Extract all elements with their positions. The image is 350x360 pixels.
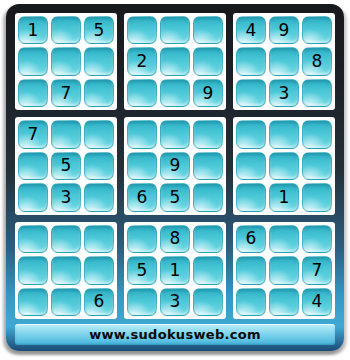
given-digit: 3 <box>170 293 181 310</box>
cell-r1c4[interactable] <box>127 16 157 44</box>
cell-r6c4[interactable]: 6 <box>127 183 157 211</box>
cell-r1c3[interactable]: 5 <box>84 16 114 44</box>
cell-r8c7[interactable] <box>236 256 266 284</box>
cell-r4c5[interactable] <box>160 120 190 148</box>
cell-r5c6[interactable] <box>193 152 223 180</box>
cell-r8c8[interactable] <box>269 256 299 284</box>
given-digit: 8 <box>170 230 181 247</box>
given-digit: 1 <box>279 189 290 206</box>
given-digit: 7 <box>28 126 39 143</box>
cell-r2c6[interactable] <box>193 47 223 75</box>
footer-band: www.sudokusweb.com <box>15 324 335 345</box>
given-digit: 5 <box>170 189 181 206</box>
cell-r8c4[interactable]: 5 <box>127 256 157 284</box>
cell-r6c8[interactable]: 1 <box>269 183 299 211</box>
block-1-3: 4983 <box>233 13 335 110</box>
given-digit: 6 <box>137 189 148 206</box>
given-digit: 7 <box>61 85 72 102</box>
cell-r1c7[interactable]: 4 <box>236 16 266 44</box>
cell-r6c5[interactable]: 5 <box>160 183 190 211</box>
cell-r9c3[interactable]: 6 <box>84 288 114 316</box>
cell-r9c9[interactable]: 4 <box>302 288 332 316</box>
site-link[interactable]: www.sudokusweb.com <box>89 327 261 342</box>
cell-r3c6[interactable]: 9 <box>193 79 223 107</box>
cell-r3c9[interactable] <box>302 79 332 107</box>
cell-r5c2[interactable]: 5 <box>51 152 81 180</box>
cell-r1c8[interactable]: 9 <box>269 16 299 44</box>
cell-r3c4[interactable] <box>127 79 157 107</box>
cell-r1c2[interactable] <box>51 16 81 44</box>
given-digit: 4 <box>246 22 257 39</box>
block-3-2: 8513 <box>124 222 226 319</box>
cell-r3c8[interactable]: 3 <box>269 79 299 107</box>
given-digit: 5 <box>61 157 72 174</box>
cell-r4c1[interactable]: 7 <box>18 120 48 148</box>
cell-r7c3[interactable] <box>84 225 114 253</box>
cell-r3c2[interactable]: 7 <box>51 79 81 107</box>
given-digit: 4 <box>312 293 323 310</box>
cell-r7c5[interactable]: 8 <box>160 225 190 253</box>
block-3-1: 6 <box>15 222 117 319</box>
cell-r3c7[interactable] <box>236 79 266 107</box>
given-digit: 6 <box>94 293 105 310</box>
cell-r5c3[interactable] <box>84 152 114 180</box>
given-digit: 6 <box>246 230 257 247</box>
block-3-3: 674 <box>233 222 335 319</box>
cell-r1c9[interactable] <box>302 16 332 44</box>
cell-r5c8[interactable] <box>269 152 299 180</box>
cell-r7c2[interactable] <box>51 225 81 253</box>
cell-r9c8[interactable] <box>269 288 299 316</box>
cell-r7c8[interactable] <box>269 225 299 253</box>
given-digit: 8 <box>312 53 323 70</box>
given-digit: 2 <box>137 53 148 70</box>
cell-r8c2[interactable] <box>51 256 81 284</box>
block-2-2: 965 <box>124 117 226 214</box>
cell-r8c5[interactable]: 1 <box>160 256 190 284</box>
cell-r5c1[interactable] <box>18 152 48 180</box>
given-digit: 9 <box>203 85 214 102</box>
cell-r2c2[interactable] <box>51 47 81 75</box>
cell-r7c6[interactable] <box>193 225 223 253</box>
cell-r9c7[interactable] <box>236 288 266 316</box>
block-2-3: 1 <box>233 117 335 214</box>
cell-r2c8[interactable] <box>269 47 299 75</box>
given-digit: 7 <box>312 262 323 279</box>
cell-r2c4[interactable]: 2 <box>127 47 157 75</box>
cell-r6c3[interactable] <box>84 183 114 211</box>
blocks-grid: 157294983753965168513674 <box>15 13 335 319</box>
given-digit: 1 <box>170 262 181 279</box>
cell-r6c1[interactable] <box>18 183 48 211</box>
cell-r5c5[interactable]: 9 <box>160 152 190 180</box>
cell-r1c1[interactable]: 1 <box>18 16 48 44</box>
given-digit: 9 <box>170 157 181 174</box>
cell-r4c8[interactable] <box>269 120 299 148</box>
cell-r8c6[interactable] <box>193 256 223 284</box>
cell-r9c4[interactable] <box>127 288 157 316</box>
cell-r8c9[interactable]: 7 <box>302 256 332 284</box>
cell-r4c4[interactable] <box>127 120 157 148</box>
cell-r1c5[interactable] <box>160 16 190 44</box>
cell-r2c5[interactable] <box>160 47 190 75</box>
given-digit: 1 <box>28 22 39 39</box>
cell-r4c9[interactable] <box>302 120 332 148</box>
cell-r6c2[interactable]: 3 <box>51 183 81 211</box>
cell-r6c6[interactable] <box>193 183 223 211</box>
cell-r7c1[interactable] <box>18 225 48 253</box>
cell-r6c7[interactable] <box>236 183 266 211</box>
given-digit: 5 <box>137 262 148 279</box>
block-1-1: 157 <box>15 13 117 110</box>
cell-r1c6[interactable] <box>193 16 223 44</box>
sudoku-board: 157294983753965168513674 www.sudokusweb.… <box>6 4 344 351</box>
cell-r2c9[interactable]: 8 <box>302 47 332 75</box>
cell-r4c7[interactable] <box>236 120 266 148</box>
cell-r3c3[interactable] <box>84 79 114 107</box>
given-digit: 5 <box>94 22 105 39</box>
cell-r2c7[interactable] <box>236 47 266 75</box>
cell-r3c1[interactable] <box>18 79 48 107</box>
cell-r8c3[interactable] <box>84 256 114 284</box>
cell-r4c2[interactable] <box>51 120 81 148</box>
given-digit: 3 <box>61 189 72 206</box>
cell-r2c1[interactable] <box>18 47 48 75</box>
cell-r7c7[interactable]: 6 <box>236 225 266 253</box>
given-digit: 3 <box>279 85 290 102</box>
cell-r8c1[interactable] <box>18 256 48 284</box>
cell-r9c6[interactable] <box>193 288 223 316</box>
cell-r9c5[interactable]: 3 <box>160 288 190 316</box>
cell-r2c3[interactable] <box>84 47 114 75</box>
cell-r3c5[interactable] <box>160 79 190 107</box>
cell-r9c1[interactable] <box>18 288 48 316</box>
block-1-2: 29 <box>124 13 226 110</box>
cell-r7c4[interactable] <box>127 225 157 253</box>
cell-r5c9[interactable] <box>302 152 332 180</box>
cell-r6c9[interactable] <box>302 183 332 211</box>
block-2-1: 753 <box>15 117 117 214</box>
cell-r4c6[interactable] <box>193 120 223 148</box>
cell-r4c3[interactable] <box>84 120 114 148</box>
given-digit: 9 <box>279 22 290 39</box>
cell-r5c4[interactable] <box>127 152 157 180</box>
cell-r5c7[interactable] <box>236 152 266 180</box>
cell-r7c9[interactable] <box>302 225 332 253</box>
cell-r9c2[interactable] <box>51 288 81 316</box>
